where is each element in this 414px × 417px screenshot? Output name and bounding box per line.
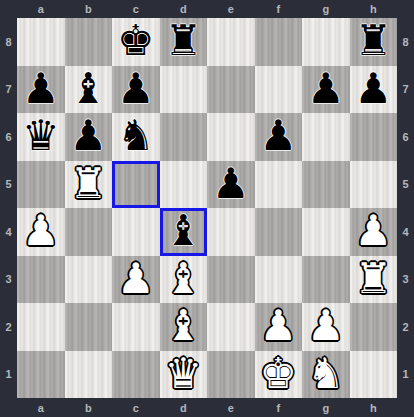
file-label-g: g: [302, 0, 350, 18]
square-e3[interactable]: [207, 256, 255, 304]
rank-label-left-5: 5: [0, 161, 17, 209]
square-d1[interactable]: ♛: [160, 351, 208, 399]
square-h4[interactable]: ♟: [350, 208, 398, 256]
square-c8[interactable]: ♚: [112, 18, 160, 66]
file-label-e: e: [207, 398, 255, 417]
square-b4[interactable]: [65, 208, 113, 256]
corner-spacer: [397, 0, 414, 18]
square-h8[interactable]: ♜: [350, 18, 398, 66]
corner-spacer: [397, 398, 414, 417]
piece-white-knight[interactable]: ♞: [307, 350, 345, 398]
rank-label-left-8: 8: [0, 18, 17, 66]
file-label-a: a: [17, 0, 65, 18]
square-h2[interactable]: [350, 303, 398, 351]
piece-white-king[interactable]: ♚: [259, 350, 297, 398]
square-f7[interactable]: [255, 66, 303, 114]
piece-white-pawn[interactable]: ♟: [307, 302, 345, 350]
square-h1[interactable]: [350, 351, 398, 399]
piece-white-rook[interactable]: ♜: [69, 160, 107, 208]
piece-white-rook[interactable]: ♜: [354, 255, 392, 303]
square-a3[interactable]: [17, 256, 65, 304]
square-h6[interactable]: [350, 113, 398, 161]
file-label-c: c: [112, 398, 160, 417]
piece-white-pawn[interactable]: ♟: [259, 302, 297, 350]
corner-spacer: [0, 398, 17, 417]
square-a2[interactable]: [17, 303, 65, 351]
square-a1[interactable]: [17, 351, 65, 399]
square-e2[interactable]: [207, 303, 255, 351]
square-e1[interactable]: [207, 351, 255, 399]
file-label-d: d: [160, 398, 208, 417]
square-f8[interactable]: [255, 18, 303, 66]
square-g7[interactable]: ♟: [302, 66, 350, 114]
square-g6[interactable]: [302, 113, 350, 161]
rank-label-left-6: 6: [0, 113, 17, 161]
square-e8[interactable]: [207, 18, 255, 66]
square-c7[interactable]: ♟: [112, 66, 160, 114]
square-a8[interactable]: [17, 18, 65, 66]
square-a5[interactable]: [17, 161, 65, 209]
square-f3[interactable]: [255, 256, 303, 304]
piece-black-pawn[interactable]: ♟: [69, 112, 107, 160]
piece-black-rook[interactable]: ♜: [164, 17, 202, 65]
rank-label-right-8: 8: [397, 18, 414, 66]
file-label-b: b: [65, 0, 113, 18]
square-g3[interactable]: [302, 256, 350, 304]
square-d5[interactable]: [160, 161, 208, 209]
square-h3[interactable]: ♜: [350, 256, 398, 304]
piece-black-pawn[interactable]: ♟: [354, 65, 392, 113]
square-c6[interactable]: ♞: [112, 113, 160, 161]
square-d4[interactable]: ♝: [160, 208, 208, 256]
square-c2[interactable]: [112, 303, 160, 351]
rank-label-left-7: 7: [0, 66, 17, 114]
piece-white-bishop[interactable]: ♝: [164, 255, 202, 303]
square-a6[interactable]: ♛: [17, 113, 65, 161]
file-label-g: g: [302, 398, 350, 417]
square-b8[interactable]: [65, 18, 113, 66]
square-f1[interactable]: ♚: [255, 351, 303, 399]
square-g1[interactable]: ♞: [302, 351, 350, 399]
piece-black-king[interactable]: ♚: [117, 17, 155, 65]
rank-label-left-4: 4: [0, 208, 17, 256]
rank-label-right-4: 4: [397, 208, 414, 256]
square-g8[interactable]: [302, 18, 350, 66]
square-a4[interactable]: ♟: [17, 208, 65, 256]
piece-black-pawn[interactable]: ♟: [259, 112, 297, 160]
square-g4[interactable]: [302, 208, 350, 256]
file-label-e: e: [207, 0, 255, 18]
piece-black-bishop[interactable]: ♝: [164, 207, 202, 255]
square-a7[interactable]: ♟: [17, 66, 65, 114]
square-b5[interactable]: ♜: [65, 161, 113, 209]
rank-label-left-2: 2: [0, 303, 17, 351]
square-h5[interactable]: [350, 161, 398, 209]
square-c1[interactable]: [112, 351, 160, 399]
file-label-h: h: [350, 398, 398, 417]
square-f5[interactable]: [255, 161, 303, 209]
piece-white-pawn[interactable]: ♟: [117, 255, 155, 303]
square-d7[interactable]: [160, 66, 208, 114]
square-e5[interactable]: ♟: [207, 161, 255, 209]
square-b6[interactable]: ♟: [65, 113, 113, 161]
piece-black-pawn[interactable]: ♟: [307, 65, 345, 113]
square-c3[interactable]: ♟: [112, 256, 160, 304]
piece-white-pawn[interactable]: ♟: [354, 207, 392, 255]
square-d3[interactable]: ♝: [160, 256, 208, 304]
chess-board: abcdefgh8♚♜♜87♟♝♟♟♟76♛♟♞♟65♜♟54♟♝♟43♟♝♜3…: [0, 0, 414, 417]
rank-label-right-1: 1: [397, 351, 414, 399]
square-d6[interactable]: [160, 113, 208, 161]
rank-label-right-7: 7: [397, 66, 414, 114]
file-label-f: f: [255, 0, 303, 18]
square-h7[interactable]: ♟: [350, 66, 398, 114]
square-g2[interactable]: ♟: [302, 303, 350, 351]
file-label-f: f: [255, 398, 303, 417]
piece-black-queen[interactable]: ♛: [22, 112, 60, 160]
rank-label-right-6: 6: [397, 113, 414, 161]
square-f4[interactable]: [255, 208, 303, 256]
square-b3[interactable]: [65, 256, 113, 304]
file-label-a: a: [17, 398, 65, 417]
square-g5[interactable]: [302, 161, 350, 209]
piece-black-pawn[interactable]: ♟: [212, 160, 250, 208]
rank-label-right-3: 3: [397, 256, 414, 304]
square-f2[interactable]: ♟: [255, 303, 303, 351]
square-c4[interactable]: [112, 208, 160, 256]
piece-black-pawn[interactable]: ♟: [22, 65, 60, 113]
square-c5[interactable]: [112, 161, 160, 209]
piece-black-rook[interactable]: ♜: [354, 17, 392, 65]
piece-white-pawn[interactable]: ♟: [22, 207, 60, 255]
rank-label-left-3: 3: [0, 256, 17, 304]
rank-label-right-5: 5: [397, 161, 414, 209]
piece-black-bishop[interactable]: ♝: [69, 65, 107, 113]
piece-white-queen[interactable]: ♛: [164, 350, 202, 398]
square-b2[interactable]: [65, 303, 113, 351]
corner-spacer: [0, 0, 17, 18]
rank-label-right-2: 2: [397, 303, 414, 351]
piece-white-bishop[interactable]: ♝: [164, 302, 202, 350]
square-b1[interactable]: [65, 351, 113, 399]
piece-black-knight[interactable]: ♞: [117, 112, 155, 160]
square-f6[interactable]: ♟: [255, 113, 303, 161]
piece-black-pawn[interactable]: ♟: [117, 65, 155, 113]
square-e7[interactable]: [207, 66, 255, 114]
square-d2[interactable]: ♝: [160, 303, 208, 351]
square-b7[interactable]: ♝: [65, 66, 113, 114]
square-e6[interactable]: [207, 113, 255, 161]
rank-label-left-1: 1: [0, 351, 17, 399]
square-d8[interactable]: ♜: [160, 18, 208, 66]
square-e4[interactable]: [207, 208, 255, 256]
file-label-b: b: [65, 398, 113, 417]
